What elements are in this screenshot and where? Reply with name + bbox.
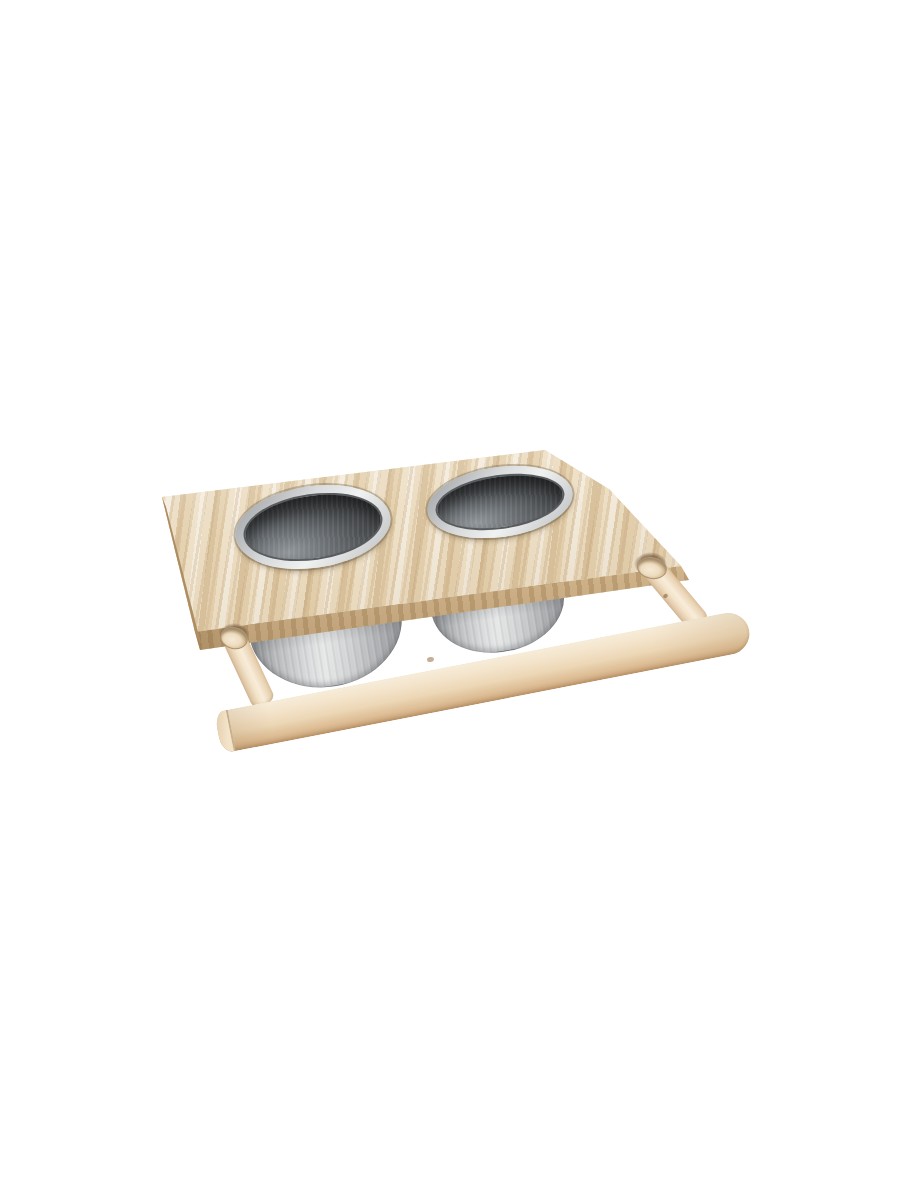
product-photo (0, 0, 900, 1200)
perch-dowel-left-end-face (214, 710, 236, 754)
